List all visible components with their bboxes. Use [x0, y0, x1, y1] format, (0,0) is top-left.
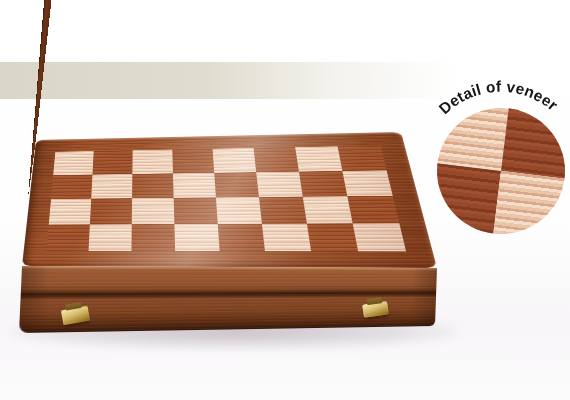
- board-square-light: [173, 173, 216, 198]
- board-square-dark: [338, 146, 387, 171]
- board-square-dark: [174, 197, 218, 223]
- board-square-dark: [132, 173, 174, 198]
- veneer-dark-quadrant: [437, 159, 501, 234]
- board-square-light: [303, 196, 353, 223]
- board-square-light: [53, 151, 93, 175]
- product-photo-stage: Detail of veneer: [0, 0, 570, 400]
- board-square-dark: [254, 147, 299, 172]
- board-square-light: [216, 197, 262, 224]
- board-square-dark: [299, 171, 347, 197]
- board-square-dark: [259, 197, 307, 224]
- board-square-light: [262, 223, 311, 251]
- chessboard-veneer-grid: [46, 146, 406, 252]
- board-square-light: [91, 174, 132, 199]
- board-square-dark: [131, 224, 175, 251]
- board-square-light: [213, 148, 257, 173]
- board-square-dark: [90, 198, 132, 224]
- board-square-light: [353, 223, 406, 252]
- board-square-light: [49, 199, 91, 225]
- board-square-dark: [218, 223, 265, 251]
- veneer-detail-inset: [437, 108, 565, 234]
- board-square-dark: [214, 172, 259, 198]
- board-square-light: [342, 170, 392, 196]
- board-square-dark: [172, 149, 214, 173]
- board-square-light: [174, 224, 219, 252]
- board-square-light: [256, 171, 303, 197]
- board-square-dark: [307, 223, 358, 251]
- board-square-light: [132, 150, 173, 174]
- board-square-dark: [51, 174, 92, 199]
- board-square-dark: [92, 150, 132, 174]
- veneer-light-quadrant: [489, 171, 565, 234]
- board-square-dark: [46, 224, 90, 251]
- board-square-light: [132, 198, 175, 224]
- board-square-light: [295, 146, 342, 171]
- veneer-detail-grid: [437, 108, 565, 234]
- case-lid-board: [22, 132, 437, 268]
- backdrop-band: [0, 62, 472, 99]
- board-square-dark: [347, 196, 399, 223]
- board-square-light: [89, 224, 132, 251]
